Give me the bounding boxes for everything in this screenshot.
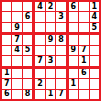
cell-r8c1-given: 7: [2, 79, 11, 88]
block-1-3: 6145: [69, 2, 99, 32]
cell-r6c8-given: 1: [79, 56, 88, 65]
cell-r8c4-given: 2: [35, 79, 44, 88]
cell-r7c6-empty[interactable]: [56, 69, 65, 78]
cell-r5c6-empty[interactable]: [56, 46, 65, 55]
block-3-1: 1768: [2, 69, 32, 99]
cell-r3c5-empty[interactable]: [46, 23, 55, 32]
cell-r1c9-given: 1: [90, 2, 99, 11]
cell-r3c8-empty[interactable]: [79, 23, 88, 32]
cell-r1c5-given: 2: [46, 2, 55, 11]
cell-r2c9-given: 4: [90, 12, 99, 21]
cell-r9c9-empty[interactable]: [90, 90, 99, 99]
cell-r8c6-empty[interactable]: [56, 79, 65, 88]
cell-r4c8-empty[interactable]: [79, 35, 88, 44]
cell-r9c1-given: 6: [2, 90, 11, 99]
cell-r9c3-given: 8: [23, 90, 32, 99]
cell-r5c5-empty[interactable]: [46, 46, 55, 55]
cell-r2c3-given: 6: [23, 12, 32, 21]
cell-r2c1-empty[interactable]: [2, 12, 11, 21]
cell-r7c5-empty[interactable]: [46, 69, 55, 78]
sudoku-board: 6942361457459873971176821761: [0, 0, 101, 101]
cell-r5c7-given: 9: [69, 46, 78, 55]
cell-r7c2-empty[interactable]: [12, 69, 21, 78]
cell-r3c6-empty[interactable]: [56, 23, 65, 32]
cell-r9c4-empty[interactable]: [35, 90, 44, 99]
cell-r5c4-empty[interactable]: [35, 46, 44, 55]
cell-r2c8-empty[interactable]: [79, 12, 88, 21]
cell-r6c6-empty[interactable]: [56, 56, 65, 65]
cell-r6c7-empty[interactable]: [69, 56, 78, 65]
cell-r8c9-empty[interactable]: [90, 79, 99, 88]
cell-r3c9-given: 5: [90, 23, 99, 32]
cell-r7c7-empty[interactable]: [69, 69, 78, 78]
cell-r9c2-empty[interactable]: [12, 90, 21, 99]
cell-r6c2-empty[interactable]: [12, 56, 21, 65]
cell-r9c5-given: 1: [46, 90, 55, 99]
cell-r7c8-given: 6: [79, 69, 88, 78]
cell-r5c9-empty[interactable]: [90, 46, 99, 55]
cell-r4c1-empty[interactable]: [2, 35, 11, 44]
cell-r7c3-empty[interactable]: [23, 69, 32, 78]
cell-r5c3-given: 5: [23, 46, 32, 55]
cell-r9c6-given: 7: [56, 90, 65, 99]
block-1-1: 69: [2, 2, 32, 32]
block-2-2: 9873: [35, 35, 65, 65]
cell-r2c5-empty[interactable]: [46, 12, 55, 21]
cell-r4c5-given: 9: [46, 35, 55, 44]
block-3-2: 217: [35, 69, 65, 99]
cell-r8c7-given: 1: [69, 79, 78, 88]
cell-r6c3-empty[interactable]: [23, 56, 32, 65]
cell-r6c9-empty[interactable]: [90, 56, 99, 65]
cell-r3c2-given: 9: [12, 23, 21, 32]
cell-r1c2-empty[interactable]: [12, 2, 21, 11]
cell-r6c5-given: 3: [46, 56, 55, 65]
cell-r4c9-empty[interactable]: [90, 35, 99, 44]
cell-r1c3-empty[interactable]: [23, 2, 32, 11]
cell-r1c7-given: 6: [69, 2, 78, 11]
cell-r4c3-empty[interactable]: [23, 35, 32, 44]
cell-r5c1-empty[interactable]: [2, 46, 11, 55]
cell-r8c2-empty[interactable]: [12, 79, 21, 88]
cell-r3c4-empty[interactable]: [35, 23, 44, 32]
block-2-3: 971: [69, 35, 99, 65]
cell-r7c9-empty[interactable]: [90, 69, 99, 78]
cell-r2c4-empty[interactable]: [35, 12, 44, 21]
cell-r7c1-given: 1: [2, 69, 11, 78]
cell-r5c8-given: 7: [79, 46, 88, 55]
cell-r4c7-empty[interactable]: [69, 35, 78, 44]
cell-r3c1-empty[interactable]: [2, 23, 11, 32]
cell-r1c8-empty[interactable]: [79, 2, 88, 11]
cell-r3c7-empty[interactable]: [69, 23, 78, 32]
cell-r7c4-empty[interactable]: [35, 69, 44, 78]
cell-r1c1-empty[interactable]: [2, 2, 11, 11]
cell-r2c7-empty[interactable]: [69, 12, 78, 21]
cell-r6c4-given: 7: [35, 56, 44, 65]
cell-r1c4-given: 4: [35, 2, 44, 11]
block-1-2: 423: [35, 2, 65, 32]
cell-r3c3-empty[interactable]: [23, 23, 32, 32]
cell-r4c4-empty[interactable]: [35, 35, 44, 44]
cell-r9c8-empty[interactable]: [79, 90, 88, 99]
cell-r1c6-empty[interactable]: [56, 2, 65, 11]
cell-r5c2-given: 4: [12, 46, 21, 55]
cell-r8c8-empty[interactable]: [79, 79, 88, 88]
cell-r4c6-given: 8: [56, 35, 65, 44]
cell-r8c3-empty[interactable]: [23, 79, 32, 88]
cell-r2c6-given: 3: [56, 12, 65, 21]
cell-r2c2-empty[interactable]: [12, 12, 21, 21]
block-2-1: 745: [2, 35, 32, 65]
cell-r9c7-empty[interactable]: [69, 90, 78, 99]
cell-r8c5-empty[interactable]: [46, 79, 55, 88]
cell-r4c2-given: 7: [12, 35, 21, 44]
block-3-3: 61: [69, 69, 99, 99]
cell-r6c1-empty[interactable]: [2, 56, 11, 65]
